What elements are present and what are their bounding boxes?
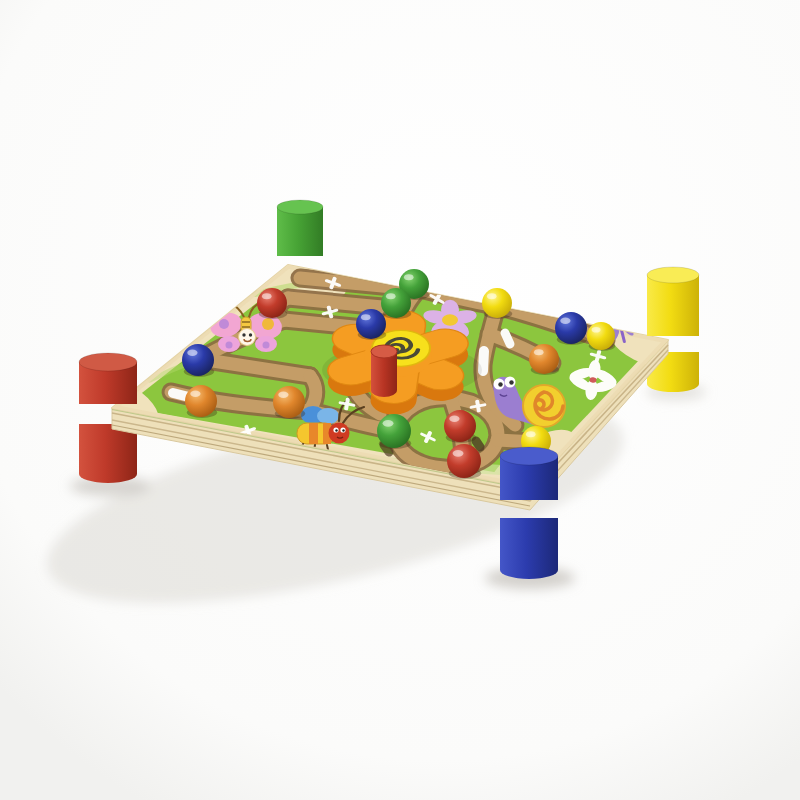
ball-blue[interactable] xyxy=(356,309,386,339)
ball-green[interactable] xyxy=(377,414,411,448)
wooden-ball-green[interactable] xyxy=(381,288,411,319)
ball-highlight xyxy=(592,327,601,333)
wooden-ball-red[interactable] xyxy=(447,444,481,479)
ball-highlight xyxy=(187,350,197,356)
wooden-ball-blue[interactable] xyxy=(356,309,386,340)
ball-highlight xyxy=(453,450,464,457)
ball-red[interactable] xyxy=(444,410,476,442)
wooden-ball-green[interactable] xyxy=(377,414,411,449)
leg-top-face xyxy=(647,267,699,283)
ball-green[interactable] xyxy=(381,288,411,318)
ball-yellow[interactable] xyxy=(482,288,512,318)
ball-orange[interactable] xyxy=(185,385,217,417)
wooden-ball-orange[interactable] xyxy=(185,385,217,418)
ball-highlight xyxy=(361,314,371,320)
bead-maze-toy xyxy=(0,0,800,800)
ball-blue[interactable] xyxy=(182,344,214,376)
ball-highlight xyxy=(449,416,459,422)
ball-highlight xyxy=(190,391,200,397)
ball-highlight xyxy=(278,392,288,398)
leg-green xyxy=(277,200,323,256)
leg-blue-below-board xyxy=(500,518,558,579)
leg-red xyxy=(79,353,137,404)
leg-blue xyxy=(500,447,558,500)
wooden-ball-red[interactable] xyxy=(444,410,476,443)
ball-highlight xyxy=(560,318,570,324)
leg-top-face xyxy=(500,447,558,465)
ball-blue[interactable] xyxy=(555,312,587,344)
ball-highlight xyxy=(404,274,414,280)
leg-top-face xyxy=(277,200,323,214)
leg-red-below-board xyxy=(79,424,137,483)
wooden-ball-yellow[interactable] xyxy=(587,322,615,351)
ball-highlight xyxy=(487,293,497,299)
wooden-ball-orange[interactable] xyxy=(273,386,305,419)
ball-highlight xyxy=(534,349,544,355)
ball-red[interactable] xyxy=(447,444,481,478)
leg-top-face xyxy=(79,353,137,371)
ball-orange[interactable] xyxy=(273,386,305,418)
gear-knob[interactable] xyxy=(371,345,397,397)
leg-yellow xyxy=(647,267,699,336)
ball-highlight xyxy=(262,293,272,299)
wooden-ball-red[interactable] xyxy=(257,288,287,319)
ball-red[interactable] xyxy=(257,288,287,318)
wooden-ball-orange[interactable] xyxy=(529,344,559,375)
ball-orange[interactable] xyxy=(529,344,559,374)
wooden-ball-yellow[interactable] xyxy=(482,288,512,319)
ball-highlight xyxy=(386,293,396,299)
wooden-ball-blue[interactable] xyxy=(182,344,214,377)
ball-highlight xyxy=(526,431,536,437)
ball-highlight xyxy=(383,420,394,427)
product-photo xyxy=(0,0,800,800)
ball-yellow[interactable] xyxy=(587,322,615,350)
wooden-ball-blue[interactable] xyxy=(555,312,587,345)
